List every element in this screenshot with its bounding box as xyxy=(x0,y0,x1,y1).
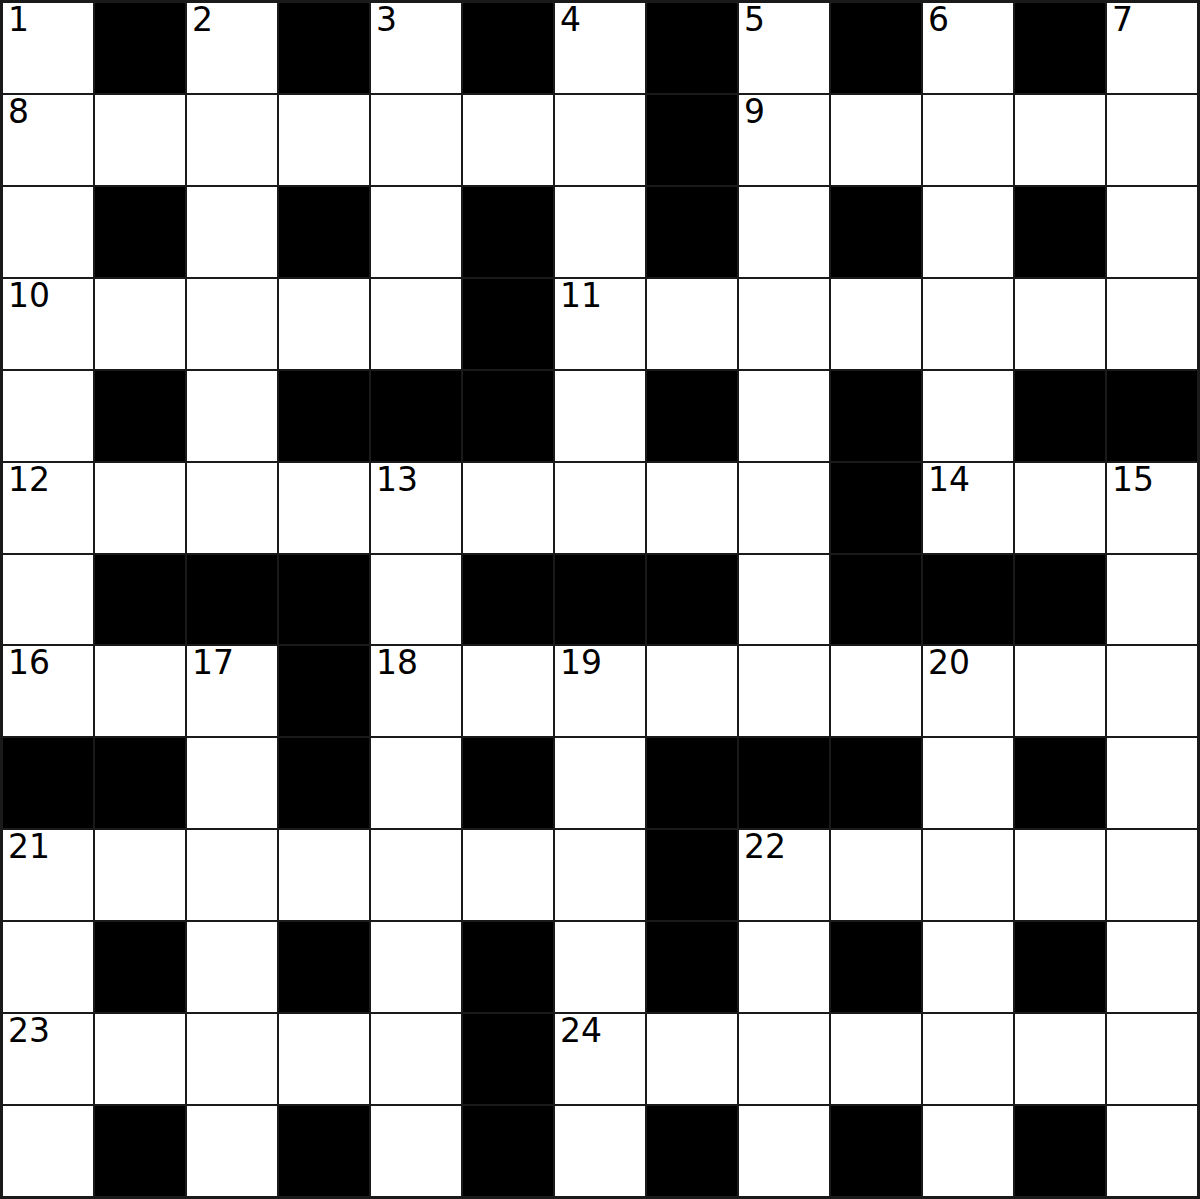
white-cell-r9c0[interactable]: 21 xyxy=(3,830,93,920)
white-cell-r10c2[interactable] xyxy=(187,922,277,1012)
black-cell-r0c11 xyxy=(1015,3,1105,93)
black-cell-r6c6 xyxy=(555,555,645,645)
white-cell-r8c2[interactable] xyxy=(187,738,277,828)
white-cell-r0c8[interactable]: 5 xyxy=(739,3,829,93)
black-cell-r12c11 xyxy=(1015,1106,1105,1196)
white-cell-r6c8[interactable] xyxy=(739,555,829,645)
white-cell-r9c9[interactable] xyxy=(831,830,921,920)
black-cell-r2c1 xyxy=(95,187,185,277)
black-cell-r5c9 xyxy=(831,463,921,553)
black-cell-r8c5 xyxy=(463,738,553,828)
black-cell-r0c7 xyxy=(647,3,737,93)
white-cell-r5c12[interactable]: 15 xyxy=(1107,463,1197,553)
clue-number-14: 14 xyxy=(928,463,970,496)
white-cell-r11c12[interactable] xyxy=(1107,1014,1197,1104)
black-cell-r4c5 xyxy=(463,371,553,461)
white-cell-r6c12[interactable] xyxy=(1107,555,1197,645)
white-cell-r9c5[interactable] xyxy=(463,830,553,920)
white-cell-r9c2[interactable] xyxy=(187,830,277,920)
white-cell-r12c10[interactable] xyxy=(923,1106,1013,1196)
white-cell-r10c12[interactable] xyxy=(1107,922,1197,1012)
black-cell-r6c10 xyxy=(923,555,1013,645)
white-cell-r0c12[interactable]: 7 xyxy=(1107,3,1197,93)
white-cell-r12c8[interactable] xyxy=(739,1106,829,1196)
white-cell-r7c0[interactable]: 16 xyxy=(3,646,93,736)
white-cell-r4c6[interactable] xyxy=(555,371,645,461)
white-cell-r1c2[interactable] xyxy=(187,95,277,185)
white-cell-r3c7[interactable] xyxy=(647,279,737,369)
black-cell-r12c5 xyxy=(463,1106,553,1196)
white-cell-r3c10[interactable] xyxy=(923,279,1013,369)
white-cell-r7c12[interactable] xyxy=(1107,646,1197,736)
white-cell-r4c2[interactable] xyxy=(187,371,277,461)
white-cell-r12c12[interactable] xyxy=(1107,1106,1197,1196)
black-cell-r4c11 xyxy=(1015,371,1105,461)
black-cell-r0c1 xyxy=(95,3,185,93)
black-cell-r6c2 xyxy=(187,555,277,645)
clue-number-21: 21 xyxy=(8,830,50,863)
white-cell-r10c4[interactable] xyxy=(371,922,461,1012)
white-cell-r4c10[interactable] xyxy=(923,371,1013,461)
white-cell-r1c11[interactable] xyxy=(1015,95,1105,185)
clue-number-16: 16 xyxy=(8,646,50,679)
white-cell-r1c9[interactable] xyxy=(831,95,921,185)
white-cell-r5c1[interactable] xyxy=(95,463,185,553)
black-cell-r8c9 xyxy=(831,738,921,828)
black-cell-r8c3 xyxy=(279,738,369,828)
white-cell-r5c6[interactable] xyxy=(555,463,645,553)
black-cell-r6c3 xyxy=(279,555,369,645)
black-cell-r10c3 xyxy=(279,922,369,1012)
black-cell-r10c11 xyxy=(1015,922,1105,1012)
white-cell-r0c2[interactable]: 2 xyxy=(187,3,277,93)
black-cell-r8c7 xyxy=(647,738,737,828)
white-cell-r1c1[interactable] xyxy=(95,95,185,185)
clue-number-20: 20 xyxy=(928,646,970,679)
white-cell-r9c6[interactable] xyxy=(555,830,645,920)
white-cell-r7c8[interactable] xyxy=(739,646,829,736)
white-cell-r2c10[interactable] xyxy=(923,187,1013,277)
white-cell-r8c10[interactable] xyxy=(923,738,1013,828)
white-cell-r1c4[interactable] xyxy=(371,95,461,185)
white-cell-r3c6[interactable]: 11 xyxy=(555,279,645,369)
clue-number-2: 2 xyxy=(192,3,213,36)
white-cell-r3c4[interactable] xyxy=(371,279,461,369)
white-cell-r3c8[interactable] xyxy=(739,279,829,369)
white-cell-r1c8[interactable]: 9 xyxy=(739,95,829,185)
white-cell-r12c6[interactable] xyxy=(555,1106,645,1196)
black-cell-r8c8 xyxy=(739,738,829,828)
black-cell-r6c1 xyxy=(95,555,185,645)
white-cell-r7c9[interactable] xyxy=(831,646,921,736)
clue-number-15: 15 xyxy=(1112,463,1154,496)
white-cell-r2c2[interactable] xyxy=(187,187,277,277)
white-cell-r6c4[interactable] xyxy=(371,555,461,645)
white-cell-r1c12[interactable] xyxy=(1107,95,1197,185)
clue-number-23: 23 xyxy=(8,1014,50,1047)
black-cell-r2c3 xyxy=(279,187,369,277)
white-cell-r5c2[interactable] xyxy=(187,463,277,553)
black-cell-r9c7 xyxy=(647,830,737,920)
black-cell-r0c9 xyxy=(831,3,921,93)
white-cell-r5c4[interactable]: 13 xyxy=(371,463,461,553)
white-cell-r11c3[interactable] xyxy=(279,1014,369,1104)
black-cell-r10c7 xyxy=(647,922,737,1012)
white-cell-r2c0[interactable] xyxy=(3,187,93,277)
white-cell-r8c4[interactable] xyxy=(371,738,461,828)
clue-number-4: 4 xyxy=(560,3,581,36)
white-cell-r7c6[interactable]: 19 xyxy=(555,646,645,736)
black-cell-r4c7 xyxy=(647,371,737,461)
white-cell-r10c0[interactable] xyxy=(3,922,93,1012)
clue-number-13: 13 xyxy=(376,463,418,496)
black-cell-r1c7 xyxy=(647,95,737,185)
white-cell-r7c10[interactable]: 20 xyxy=(923,646,1013,736)
white-cell-r0c4[interactable]: 3 xyxy=(371,3,461,93)
crossword-grid: 123456789101112131415161718192021222324 xyxy=(0,0,1200,1199)
white-cell-r0c6[interactable]: 4 xyxy=(555,3,645,93)
white-cell-r0c10[interactable]: 6 xyxy=(923,3,1013,93)
white-cell-r1c10[interactable] xyxy=(923,95,1013,185)
clue-number-22: 22 xyxy=(744,830,786,863)
white-cell-r3c2[interactable] xyxy=(187,279,277,369)
white-cell-r11c8[interactable] xyxy=(739,1014,829,1104)
white-cell-r12c0[interactable] xyxy=(3,1106,93,1196)
clue-number-17: 17 xyxy=(192,646,234,679)
white-cell-r3c9[interactable] xyxy=(831,279,921,369)
white-cell-r2c4[interactable] xyxy=(371,187,461,277)
white-cell-r9c1[interactable] xyxy=(95,830,185,920)
black-cell-r10c5 xyxy=(463,922,553,1012)
white-cell-r10c6[interactable] xyxy=(555,922,645,1012)
white-cell-r5c0[interactable]: 12 xyxy=(3,463,93,553)
clue-number-18: 18 xyxy=(376,646,418,679)
white-cell-r3c3[interactable] xyxy=(279,279,369,369)
clue-number-12: 12 xyxy=(8,463,50,496)
black-cell-r11c5 xyxy=(463,1014,553,1104)
white-cell-r11c9[interactable] xyxy=(831,1014,921,1104)
black-cell-r12c3 xyxy=(279,1106,369,1196)
white-cell-r3c12[interactable] xyxy=(1107,279,1197,369)
black-cell-r3c5 xyxy=(463,279,553,369)
white-cell-r11c1[interactable] xyxy=(95,1014,185,1104)
white-cell-r11c0[interactable]: 23 xyxy=(3,1014,93,1104)
clue-number-11: 11 xyxy=(560,279,602,312)
black-cell-r4c12 xyxy=(1107,371,1197,461)
white-cell-r7c2[interactable]: 17 xyxy=(187,646,277,736)
white-cell-r4c0[interactable] xyxy=(3,371,93,461)
black-cell-r2c11 xyxy=(1015,187,1105,277)
black-cell-r6c11 xyxy=(1015,555,1105,645)
clue-number-1: 1 xyxy=(8,3,29,36)
white-cell-r5c10[interactable]: 14 xyxy=(923,463,1013,553)
white-cell-r9c11[interactable] xyxy=(1015,830,1105,920)
white-cell-r11c10[interactable] xyxy=(923,1014,1013,1104)
black-cell-r7c3 xyxy=(279,646,369,736)
black-cell-r8c0 xyxy=(3,738,93,828)
black-cell-r6c7 xyxy=(647,555,737,645)
clue-number-24: 24 xyxy=(560,1014,602,1047)
white-cell-r10c8[interactable] xyxy=(739,922,829,1012)
clue-number-8: 8 xyxy=(8,95,29,128)
white-cell-r2c12[interactable] xyxy=(1107,187,1197,277)
clue-number-19: 19 xyxy=(560,646,602,679)
white-cell-r1c3[interactable] xyxy=(279,95,369,185)
clue-number-5: 5 xyxy=(744,3,765,36)
white-cell-r10c10[interactable] xyxy=(923,922,1013,1012)
white-cell-r7c11[interactable] xyxy=(1015,646,1105,736)
white-cell-r0c0[interactable]: 1 xyxy=(3,3,93,93)
white-cell-r6c0[interactable] xyxy=(3,555,93,645)
white-cell-r8c12[interactable] xyxy=(1107,738,1197,828)
white-cell-r11c7[interactable] xyxy=(647,1014,737,1104)
white-cell-r9c4[interactable] xyxy=(371,830,461,920)
white-cell-r11c11[interactable] xyxy=(1015,1014,1105,1104)
white-cell-r5c8[interactable] xyxy=(739,463,829,553)
white-cell-r5c7[interactable] xyxy=(647,463,737,553)
black-cell-r10c1 xyxy=(95,922,185,1012)
white-cell-r9c10[interactable] xyxy=(923,830,1013,920)
black-cell-r2c7 xyxy=(647,187,737,277)
white-cell-r11c2[interactable] xyxy=(187,1014,277,1104)
white-cell-r8c6[interactable] xyxy=(555,738,645,828)
white-cell-r4c8[interactable] xyxy=(739,371,829,461)
white-cell-r9c8[interactable]: 22 xyxy=(739,830,829,920)
black-cell-r0c3 xyxy=(279,3,369,93)
clue-number-7: 7 xyxy=(1112,3,1133,36)
black-cell-r2c9 xyxy=(831,187,921,277)
white-cell-r11c4[interactable] xyxy=(371,1014,461,1104)
clue-number-9: 9 xyxy=(744,95,765,128)
clue-number-10: 10 xyxy=(8,279,50,312)
black-cell-r4c1 xyxy=(95,371,185,461)
black-cell-r12c7 xyxy=(647,1106,737,1196)
white-cell-r9c12[interactable] xyxy=(1107,830,1197,920)
white-cell-r2c8[interactable] xyxy=(739,187,829,277)
black-cell-r8c11 xyxy=(1015,738,1105,828)
white-cell-r9c3[interactable] xyxy=(279,830,369,920)
black-cell-r6c5 xyxy=(463,555,553,645)
black-cell-r6c9 xyxy=(831,555,921,645)
black-cell-r12c1 xyxy=(95,1106,185,1196)
white-cell-r3c0[interactable]: 10 xyxy=(3,279,93,369)
white-cell-r5c3[interactable] xyxy=(279,463,369,553)
white-cell-r7c5[interactable] xyxy=(463,646,553,736)
black-cell-r4c4 xyxy=(371,371,461,461)
white-cell-r5c5[interactable] xyxy=(463,463,553,553)
white-cell-r7c4[interactable]: 18 xyxy=(371,646,461,736)
white-cell-r3c1[interactable] xyxy=(95,279,185,369)
white-cell-r2c6[interactable] xyxy=(555,187,645,277)
white-cell-r7c1[interactable] xyxy=(95,646,185,736)
white-cell-r1c0[interactable]: 8 xyxy=(3,95,93,185)
black-cell-r4c9 xyxy=(831,371,921,461)
white-cell-r1c6[interactable] xyxy=(555,95,645,185)
white-cell-r12c2[interactable] xyxy=(187,1106,277,1196)
white-cell-r5c11[interactable] xyxy=(1015,463,1105,553)
black-cell-r10c9 xyxy=(831,922,921,1012)
white-cell-r7c7[interactable] xyxy=(647,646,737,736)
white-cell-r12c4[interactable] xyxy=(371,1106,461,1196)
clue-number-3: 3 xyxy=(376,3,397,36)
white-cell-r3c11[interactable] xyxy=(1015,279,1105,369)
white-cell-r1c5[interactable] xyxy=(463,95,553,185)
black-cell-r12c9 xyxy=(831,1106,921,1196)
white-cell-r11c6[interactable]: 24 xyxy=(555,1014,645,1104)
black-cell-r8c1 xyxy=(95,738,185,828)
black-cell-r0c5 xyxy=(463,3,553,93)
black-cell-r2c5 xyxy=(463,187,553,277)
clue-number-6: 6 xyxy=(928,3,949,36)
black-cell-r4c3 xyxy=(279,371,369,461)
